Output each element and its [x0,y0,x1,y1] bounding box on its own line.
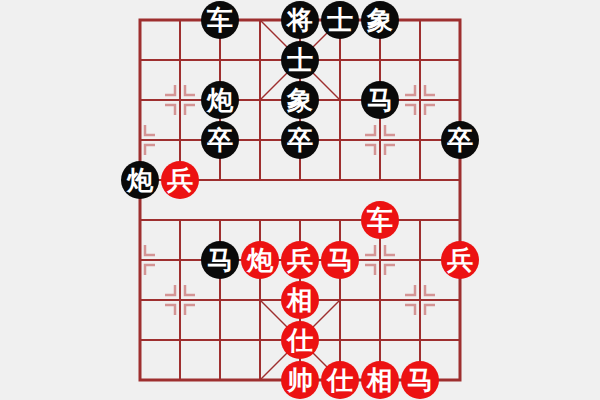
piece-red-horse[interactable]: 马 [321,241,359,279]
piece-black-elephant[interactable]: 象 [281,81,319,119]
piece-red-soldier[interactable]: 兵 [161,161,199,199]
piece-black-horse[interactable]: 马 [361,81,399,119]
piece-black-general[interactable]: 将 [281,1,319,39]
piece-red-soldier[interactable]: 兵 [281,241,319,279]
piece-red-general[interactable]: 帅 [281,361,319,399]
piece-red-horse[interactable]: 马 [401,361,439,399]
piece-black-cannon[interactable]: 炮 [121,161,159,199]
piece-red-advisor[interactable]: 仕 [321,361,359,399]
piece-red-advisor[interactable]: 仕 [281,321,319,359]
piece-black-soldier[interactable]: 卒 [201,121,239,159]
xiangqi-board: 车将士象士炮象马卒卒卒炮兵车马炮兵马兵相仕帅仕相马 [0,0,600,400]
piece-black-advisor[interactable]: 士 [281,41,319,79]
piece-black-chariot[interactable]: 车 [201,1,239,39]
piece-red-cannon[interactable]: 炮 [241,241,279,279]
piece-red-soldier[interactable]: 兵 [441,241,479,279]
piece-black-soldier[interactable]: 卒 [441,121,479,159]
piece-black-horse[interactable]: 马 [201,241,239,279]
piece-black-soldier[interactable]: 卒 [281,121,319,159]
pieces-layer: 车将士象士炮象马卒卒卒炮兵车马炮兵马兵相仕帅仕相马 [120,0,480,400]
piece-red-chariot[interactable]: 车 [361,201,399,239]
piece-black-advisor[interactable]: 士 [321,1,359,39]
piece-red-elephant[interactable]: 相 [281,281,319,319]
piece-red-elephant[interactable]: 相 [361,361,399,399]
piece-black-cannon[interactable]: 炮 [201,81,239,119]
piece-black-elephant[interactable]: 象 [361,1,399,39]
